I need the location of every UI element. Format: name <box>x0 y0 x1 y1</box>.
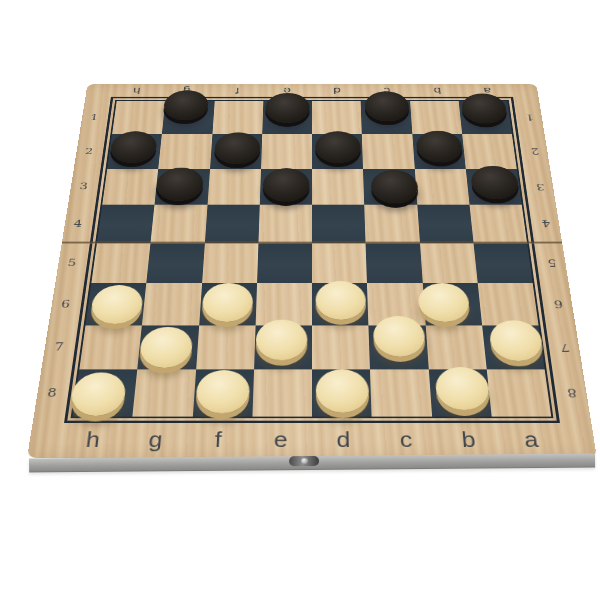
square-h4[interactable] <box>97 205 155 243</box>
bottom-file-labels: hgfedcba <box>59 425 564 455</box>
square-b1[interactable] <box>410 101 462 134</box>
rank-label-left-1: 1 <box>80 101 108 134</box>
square-g6[interactable] <box>142 283 202 325</box>
file-label-bottom-c: c <box>374 428 438 452</box>
square-d1[interactable] <box>312 101 362 134</box>
square-e8[interactable] <box>252 370 312 417</box>
piece-light-d6[interactable] <box>315 281 366 320</box>
square-f1[interactable] <box>212 101 263 134</box>
square-f7[interactable] <box>196 325 256 369</box>
square-b7[interactable] <box>425 325 486 369</box>
square-f5[interactable] <box>202 243 259 283</box>
square-c8[interactable] <box>370 370 431 417</box>
square-c5[interactable] <box>366 243 423 283</box>
rank-label-left-2: 2 <box>75 134 103 169</box>
piece-light-d8[interactable] <box>315 369 369 412</box>
file-label-bottom-f: f <box>186 428 250 452</box>
file-label-bottom-b: b <box>436 428 501 452</box>
checkers-board: hgfedcba 12345678 12345678 hgfedcba <box>27 84 597 458</box>
latch-icon[interactable] <box>289 456 319 466</box>
file-label-top-h: h <box>111 85 163 97</box>
square-a4[interactable] <box>469 205 527 243</box>
square-h3[interactable] <box>102 169 158 205</box>
piece-dark-d2[interactable] <box>315 132 361 164</box>
file-label-bottom-g: g <box>123 428 188 452</box>
square-a2[interactable] <box>462 134 517 169</box>
piece-light-e7[interactable] <box>255 319 307 360</box>
square-e2[interactable] <box>261 134 312 169</box>
piece-dark-e3[interactable] <box>263 168 310 201</box>
square-c4[interactable] <box>364 205 419 243</box>
square-c2[interactable] <box>362 134 414 169</box>
board-grid <box>73 101 551 417</box>
square-e5[interactable] <box>257 243 312 283</box>
fold-seam <box>62 242 563 245</box>
file-label-top-b: b <box>412 85 463 97</box>
product-photo-stage: hgfedcba 12345678 12345678 hgfedcba <box>0 0 600 600</box>
square-d3[interactable] <box>312 169 364 205</box>
square-a8[interactable] <box>487 370 552 417</box>
square-d5[interactable] <box>312 243 367 283</box>
file-label-bottom-h: h <box>60 428 126 452</box>
piece-dark-c1[interactable] <box>364 91 410 121</box>
square-a5[interactable] <box>473 243 532 283</box>
square-b3[interactable] <box>414 169 469 205</box>
square-h1[interactable] <box>112 101 165 134</box>
file-label-top-d: d <box>312 85 362 97</box>
board-inner-frame <box>71 100 554 418</box>
square-h5[interactable] <box>91 243 150 283</box>
square-d4[interactable] <box>312 205 366 243</box>
square-g8[interactable] <box>133 370 196 417</box>
square-b4[interactable] <box>417 205 473 243</box>
file-label-bottom-a: a <box>498 428 564 452</box>
rank-label-right-8: 8 <box>555 370 589 417</box>
square-f3[interactable] <box>207 169 261 205</box>
square-a6[interactable] <box>477 283 538 325</box>
square-e4[interactable] <box>258 205 312 243</box>
square-b5[interactable] <box>420 243 478 283</box>
board-outer-frame <box>64 97 560 423</box>
rank-label-right-7: 7 <box>549 325 582 369</box>
square-g5[interactable] <box>147 243 205 283</box>
file-label-top-f: f <box>211 85 262 97</box>
file-label-bottom-d: d <box>312 428 375 452</box>
square-g2[interactable] <box>158 134 212 169</box>
square-g4[interactable] <box>151 205 207 243</box>
square-f4[interactable] <box>204 205 259 243</box>
square-d7[interactable] <box>312 325 370 369</box>
file-label-bottom-e: e <box>249 428 312 452</box>
square-h7[interactable] <box>79 325 142 369</box>
